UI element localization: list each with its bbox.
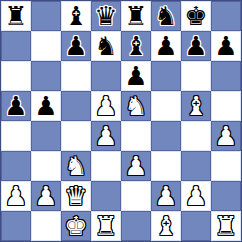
black-pawn-icon: ♟ [124,61,147,91]
black-knight-icon: ♞ [94,31,117,61]
square-h8[interactable] [211,1,241,31]
square-g7[interactable]: ♟ [181,31,211,61]
square-b3[interactable] [31,151,61,181]
white-pawn-icon: ♟ [124,151,147,181]
square-h7[interactable]: ♟ [211,31,241,61]
square-f1[interactable]: ♝ [151,211,181,241]
square-b5[interactable]: ♟ [31,91,61,121]
square-g5[interactable]: ♝ [181,91,211,121]
square-b1[interactable] [31,211,61,241]
black-knight-icon: ♞ [154,1,177,31]
white-rook-icon: ♜ [214,211,237,241]
square-g8[interactable]: ♚ [181,1,211,31]
square-c5[interactable] [61,91,91,121]
white-bishop-icon: ♝ [184,91,207,121]
square-a8[interactable]: ♜ [1,1,31,31]
square-c3[interactable]: ♞ [61,151,91,181]
square-e8[interactable]: ♜ [121,1,151,31]
square-b4[interactable] [31,121,61,151]
square-d7[interactable]: ♞ [91,31,121,61]
square-a7[interactable] [1,31,31,61]
square-f5[interactable] [151,91,181,121]
square-c7[interactable]: ♟ [61,31,91,61]
black-king-icon: ♚ [184,1,207,31]
square-d1[interactable]: ♜ [91,211,121,241]
square-h2[interactable] [211,181,241,211]
square-e6[interactable]: ♟ [121,61,151,91]
square-d5[interactable]: ♟ [91,91,121,121]
black-bishop-icon: ♝ [124,31,147,61]
square-h1[interactable]: ♜ [211,211,241,241]
square-f7[interactable]: ♟ [151,31,181,61]
square-f2[interactable]: ♟ [151,181,181,211]
white-knight-icon: ♞ [124,91,147,121]
square-f4[interactable] [151,121,181,151]
square-g1[interactable] [181,211,211,241]
square-c2[interactable]: ♛ [61,181,91,211]
black-queen-icon: ♛ [94,1,117,31]
black-pawn-icon: ♟ [214,31,237,61]
white-pawn-icon: ♟ [4,181,27,211]
square-b2[interactable]: ♟ [31,181,61,211]
square-e4[interactable] [121,121,151,151]
square-d4[interactable]: ♟ [91,121,121,151]
white-knight-icon: ♞ [64,151,87,181]
square-c8[interactable]: ♝ [61,1,91,31]
white-pawn-icon: ♟ [214,121,237,151]
square-d2[interactable] [91,181,121,211]
square-d6[interactable] [91,61,121,91]
square-d3[interactable] [91,151,121,181]
black-rook-icon: ♜ [4,1,27,31]
square-g3[interactable] [181,151,211,181]
square-f3[interactable] [151,151,181,181]
white-queen-icon: ♛ [64,181,87,211]
square-g4[interactable] [181,121,211,151]
square-d8[interactable]: ♛ [91,1,121,31]
white-pawn-icon: ♟ [154,181,177,211]
black-pawn-icon: ♟ [34,91,57,121]
black-pawn-icon: ♟ [64,31,87,61]
white-pawn-icon: ♟ [94,121,117,151]
square-f8[interactable]: ♞ [151,1,181,31]
square-h5[interactable] [211,91,241,121]
square-e2[interactable] [121,181,151,211]
square-b8[interactable] [31,1,61,31]
square-e3[interactable]: ♟ [121,151,151,181]
square-h3[interactable] [211,151,241,181]
white-pawn-icon: ♟ [184,181,207,211]
black-pawn-icon: ♟ [4,91,27,121]
square-e1[interactable] [121,211,151,241]
square-a4[interactable] [1,121,31,151]
white-bishop-icon: ♝ [154,211,177,241]
square-a2[interactable]: ♟ [1,181,31,211]
square-f6[interactable] [151,61,181,91]
square-c1[interactable]: ♚ [61,211,91,241]
black-bishop-icon: ♝ [64,1,87,31]
square-a3[interactable] [1,151,31,181]
square-e5[interactable]: ♞ [121,91,151,121]
square-b7[interactable] [31,31,61,61]
square-g6[interactable] [181,61,211,91]
white-pawn-icon: ♟ [34,181,57,211]
square-a1[interactable] [1,211,31,241]
square-g2[interactable]: ♟ [181,181,211,211]
square-a6[interactable] [1,61,31,91]
chess-board: ♜♝♛♜♞♚♟♞♝♟♟♟♟♟♟♟♞♝♟♟♞♟♟♟♛♟♟♚♜♝♜ [0,0,242,242]
square-c4[interactable] [61,121,91,151]
white-rook-icon: ♜ [94,211,117,241]
black-pawn-icon: ♟ [154,31,177,61]
square-b6[interactable] [31,61,61,91]
black-pawn-icon: ♟ [184,31,207,61]
white-pawn-icon: ♟ [94,91,117,121]
white-king-icon: ♚ [64,211,87,241]
square-a5[interactable]: ♟ [1,91,31,121]
square-h6[interactable] [211,61,241,91]
square-h4[interactable]: ♟ [211,121,241,151]
square-e7[interactable]: ♝ [121,31,151,61]
black-rook-icon: ♜ [124,1,147,31]
square-c6[interactable] [61,61,91,91]
